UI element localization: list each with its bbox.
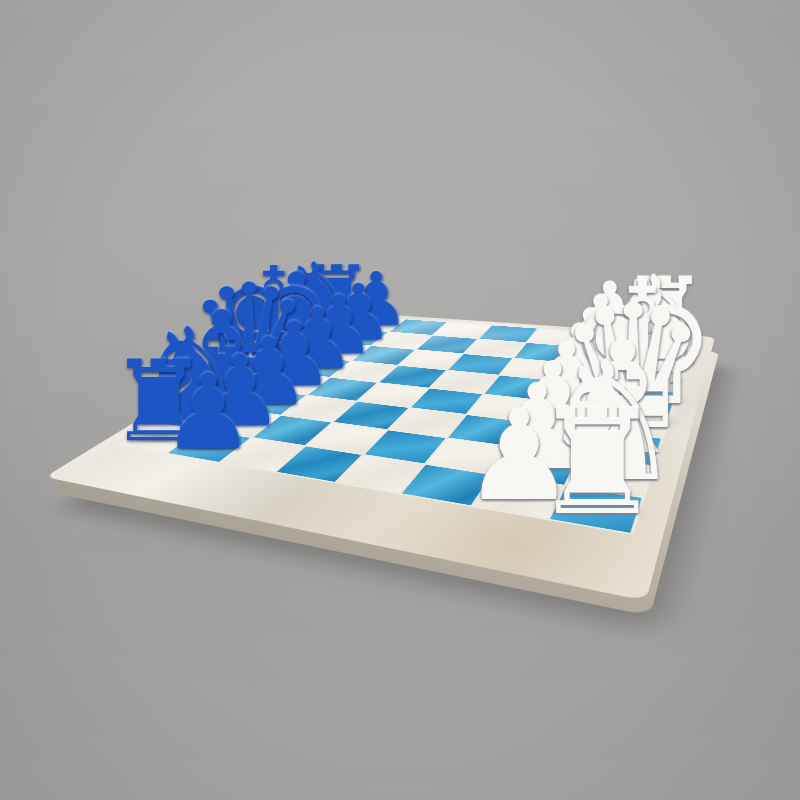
piece-blue-pawn-a7[interactable]: ♟ [162,361,255,464]
scene: ♜♟♟♜♞♟♟♞♝♟♟♝♚♟♟♚♛♟♟♛♝♟♟♝♞♟♟♞♜♟♟♜ [0,0,800,800]
pawn-glyph: ♟ [162,361,255,464]
piece-white-rook-a1[interactable]: ♜ [532,390,662,535]
rook-glyph: ♜ [532,390,662,535]
